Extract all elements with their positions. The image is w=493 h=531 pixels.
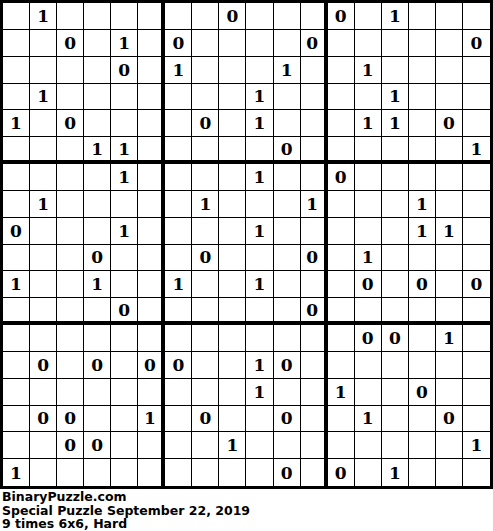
cell-r1c3[interactable]	[57, 3, 84, 30]
cell-r13c16[interactable]	[409, 325, 436, 352]
cell-r18c13: 0	[328, 459, 355, 486]
cell-r9c3[interactable]	[57, 218, 84, 245]
cell-r15c14[interactable]	[355, 379, 382, 406]
cell-r7c15[interactable]	[382, 164, 409, 191]
site-name: BinaryPuzzle.com	[2, 490, 493, 504]
cell-r4c9[interactable]	[219, 84, 246, 111]
cell-r15c5[interactable]	[111, 379, 138, 406]
cell-r13c5[interactable]	[111, 325, 138, 352]
cell-r9c10: 1	[246, 218, 273, 245]
cell-r13c2[interactable]	[30, 325, 57, 352]
cell-r12c5: 0	[111, 298, 138, 325]
cell-r18c1: 1	[3, 459, 30, 486]
cell-r13c11[interactable]	[274, 325, 301, 352]
cell-r8c4[interactable]	[84, 191, 111, 218]
cell-r4c10: 1	[246, 84, 273, 111]
cell-r14c13[interactable]	[328, 352, 355, 379]
cell-r4c4[interactable]	[84, 84, 111, 111]
cell-r14c6: 0	[138, 352, 165, 379]
puzzle-spec: 9 times 6x6, Hard	[2, 517, 493, 531]
cell-r12c12: 0	[301, 298, 328, 325]
cell-r18c6[interactable]	[138, 459, 165, 486]
cell-r10c16[interactable]	[409, 245, 436, 272]
cell-r12c8[interactable]	[192, 298, 219, 325]
cell-r14c14[interactable]	[355, 352, 382, 379]
cell-r14c12[interactable]	[301, 352, 328, 379]
cell-r6c1[interactable]	[3, 137, 30, 164]
cell-r1c14[interactable]	[355, 3, 382, 30]
cell-r2c10[interactable]	[246, 30, 273, 57]
cell-r5c18[interactable]	[463, 110, 490, 137]
cell-r16c4[interactable]	[84, 406, 111, 433]
cell-r16c3: 0	[57, 406, 84, 433]
cell-r17c13[interactable]	[328, 432, 355, 459]
cell-r1c8[interactable]	[192, 3, 219, 30]
cell-r4c11[interactable]	[274, 84, 301, 111]
cell-r4c2: 1	[30, 84, 57, 111]
cell-r6c15[interactable]	[382, 137, 409, 164]
cell-r11c13[interactable]	[328, 271, 355, 298]
cell-r2c13[interactable]	[328, 30, 355, 57]
cell-r11c6[interactable]	[138, 271, 165, 298]
cell-r7c2[interactable]	[30, 164, 57, 191]
cell-r10c10[interactable]	[246, 245, 273, 272]
cell-r14c5[interactable]	[111, 352, 138, 379]
cell-r1c11[interactable]	[274, 3, 301, 30]
cell-r5c11[interactable]	[274, 110, 301, 137]
cell-r15c2[interactable]	[30, 379, 57, 406]
cell-r16c1[interactable]	[3, 406, 30, 433]
cell-r12c14[interactable]	[355, 298, 382, 325]
cell-r15c9[interactable]	[219, 379, 246, 406]
cell-r7c3[interactable]	[57, 164, 84, 191]
cell-r8c12: 1	[301, 191, 328, 218]
puzzle-title: Special Puzzle September 22, 2019	[2, 504, 493, 518]
cell-r11c3[interactable]	[57, 271, 84, 298]
cell-r1c6[interactable]	[138, 3, 165, 30]
cell-r1c7[interactable]	[165, 3, 192, 30]
cell-r18c16[interactable]	[409, 459, 436, 486]
cell-r10c8: 0	[192, 245, 219, 272]
page: 1001010000111111100111011011101111011110…	[0, 0, 493, 531]
cell-r3c10[interactable]	[246, 57, 273, 84]
cell-r18c4[interactable]	[84, 459, 111, 486]
cell-r16c17: 0	[436, 406, 463, 433]
cell-r15c7[interactable]	[165, 379, 192, 406]
cell-r2c17[interactable]	[436, 30, 463, 57]
cell-r17c6[interactable]	[138, 432, 165, 459]
cell-r15c8[interactable]	[192, 379, 219, 406]
cell-r12c10[interactable]	[246, 298, 273, 325]
cell-r14c2: 0	[30, 352, 57, 379]
cell-r5c10: 1	[246, 110, 273, 137]
cell-r7c18[interactable]	[463, 164, 490, 191]
cell-r1c4[interactable]	[84, 3, 111, 30]
cell-r3c17[interactable]	[436, 57, 463, 84]
cell-r13c9[interactable]	[219, 325, 246, 352]
cell-r2c16[interactable]	[409, 30, 436, 57]
cell-r7c1[interactable]	[3, 164, 30, 191]
cell-r6c16[interactable]	[409, 137, 436, 164]
cell-r18c9[interactable]	[219, 459, 246, 486]
cell-r15c3[interactable]	[57, 379, 84, 406]
cell-r9c2[interactable]	[30, 218, 57, 245]
cell-r9c13[interactable]	[328, 218, 355, 245]
cell-r9c9[interactable]	[219, 218, 246, 245]
cell-r9c6[interactable]	[138, 218, 165, 245]
cell-r11c2[interactable]	[30, 271, 57, 298]
cell-r14c18[interactable]	[463, 352, 490, 379]
cell-r13c12[interactable]	[301, 325, 328, 352]
cell-r3c6[interactable]	[138, 57, 165, 84]
cell-r2c6[interactable]	[138, 30, 165, 57]
cell-r7c12[interactable]	[301, 164, 328, 191]
cell-r10c17[interactable]	[436, 245, 463, 272]
cell-r7c10: 1	[246, 164, 273, 191]
cell-r13c17: 1	[436, 325, 463, 352]
cell-r1c15: 1	[382, 3, 409, 30]
cell-r10c13[interactable]	[328, 245, 355, 272]
cell-r10c5[interactable]	[111, 245, 138, 272]
cell-r16c18[interactable]	[463, 406, 490, 433]
cell-r3c13[interactable]	[328, 57, 355, 84]
cell-r9c11[interactable]	[274, 218, 301, 245]
cell-r11c15[interactable]	[382, 271, 409, 298]
cell-r3c1[interactable]	[3, 57, 30, 84]
cell-r2c11[interactable]	[274, 30, 301, 57]
cell-r12c1[interactable]	[3, 298, 30, 325]
cell-r8c15[interactable]	[382, 191, 409, 218]
cell-r11c5[interactable]	[111, 271, 138, 298]
cell-r5c6[interactable]	[138, 110, 165, 137]
cell-r3c3[interactable]	[57, 57, 84, 84]
cell-r15c12[interactable]	[301, 379, 328, 406]
cell-r3c5: 0	[111, 57, 138, 84]
cell-r12c2[interactable]	[30, 298, 57, 325]
cell-r12c7[interactable]	[165, 298, 192, 325]
cell-r12c6[interactable]	[138, 298, 165, 325]
cell-r8c9[interactable]	[219, 191, 246, 218]
cell-r12c18[interactable]	[463, 298, 490, 325]
cell-r3c4[interactable]	[84, 57, 111, 84]
cell-r7c9[interactable]	[219, 164, 246, 191]
cell-r9c18[interactable]	[463, 218, 490, 245]
cell-r12c16[interactable]	[409, 298, 436, 325]
cell-r14c8[interactable]	[192, 352, 219, 379]
cell-r11c10: 1	[246, 271, 273, 298]
cell-r8c7[interactable]	[165, 191, 192, 218]
cell-r6c2[interactable]	[30, 137, 57, 164]
cell-r13c7[interactable]	[165, 325, 192, 352]
cell-r8c18[interactable]	[463, 191, 490, 218]
cell-r10c2[interactable]	[30, 245, 57, 272]
cell-r17c7[interactable]	[165, 432, 192, 459]
cell-r17c8[interactable]	[192, 432, 219, 459]
cell-r2c4[interactable]	[84, 30, 111, 57]
cell-r9c8[interactable]	[192, 218, 219, 245]
cell-r11c12[interactable]	[301, 271, 328, 298]
cell-r4c5[interactable]	[111, 84, 138, 111]
cell-r17c18: 1	[463, 432, 490, 459]
cell-r11c4: 1	[84, 271, 111, 298]
cell-r3c12[interactable]	[301, 57, 328, 84]
cell-r6c12[interactable]	[301, 137, 328, 164]
cell-r18c10[interactable]	[246, 459, 273, 486]
cell-r16c9[interactable]	[219, 406, 246, 433]
cell-r8c11[interactable]	[274, 191, 301, 218]
cell-r1c2: 1	[30, 3, 57, 30]
cell-r8c1[interactable]	[3, 191, 30, 218]
cell-r13c13[interactable]	[328, 325, 355, 352]
cell-r17c12[interactable]	[301, 432, 328, 459]
cell-r13c8[interactable]	[192, 325, 219, 352]
cell-r8c14[interactable]	[355, 191, 382, 218]
cell-r1c18[interactable]	[463, 3, 490, 30]
cell-r5c16[interactable]	[409, 110, 436, 137]
cell-r3c16[interactable]	[409, 57, 436, 84]
cell-r16c16[interactable]	[409, 406, 436, 433]
cell-r13c6[interactable]	[138, 325, 165, 352]
cell-r5c7[interactable]	[165, 110, 192, 137]
cell-r4c13[interactable]	[328, 84, 355, 111]
cell-r15c17[interactable]	[436, 379, 463, 406]
cell-r7c16[interactable]	[409, 164, 436, 191]
cell-r8c5[interactable]	[111, 191, 138, 218]
cell-r12c3[interactable]	[57, 298, 84, 325]
cell-r3c18[interactable]	[463, 57, 490, 84]
cell-r10c9[interactable]	[219, 245, 246, 272]
cell-r8c8: 1	[192, 191, 219, 218]
cell-r12c15[interactable]	[382, 298, 409, 325]
cell-r7c11[interactable]	[274, 164, 301, 191]
cell-r4c6[interactable]	[138, 84, 165, 111]
cell-r15c18[interactable]	[463, 379, 490, 406]
cell-r10c18[interactable]	[463, 245, 490, 272]
cell-r5c3: 0	[57, 110, 84, 137]
cell-r16c14: 1	[355, 406, 382, 433]
cell-r4c18[interactable]	[463, 84, 490, 111]
cell-r4c8[interactable]	[192, 84, 219, 111]
cell-r14c9[interactable]	[219, 352, 246, 379]
cell-r17c11[interactable]	[274, 432, 301, 459]
cell-r8c10[interactable]	[246, 191, 273, 218]
cell-r6c6[interactable]	[138, 137, 165, 164]
cell-r4c7[interactable]	[165, 84, 192, 111]
cell-r12c17[interactable]	[436, 298, 463, 325]
cell-r1c10[interactable]	[246, 3, 273, 30]
cell-r18c15: 1	[382, 459, 409, 486]
cell-r8c13[interactable]	[328, 191, 355, 218]
cell-r13c18[interactable]	[463, 325, 490, 352]
cell-r7c17[interactable]	[436, 164, 463, 191]
cell-r4c1[interactable]	[3, 84, 30, 111]
cell-r16c8: 0	[192, 406, 219, 433]
cell-r1c1[interactable]	[3, 3, 30, 30]
cell-r6c14[interactable]	[355, 137, 382, 164]
cell-r16c6: 1	[138, 406, 165, 433]
cell-r18c5[interactable]	[111, 459, 138, 486]
cell-r6c3[interactable]	[57, 137, 84, 164]
cell-r9c15[interactable]	[382, 218, 409, 245]
cell-r6c8[interactable]	[192, 137, 219, 164]
cell-r9c14[interactable]	[355, 218, 382, 245]
cell-r17c10[interactable]	[246, 432, 273, 459]
cell-r2c9[interactable]	[219, 30, 246, 57]
cell-r10c6[interactable]	[138, 245, 165, 272]
cell-r2c15[interactable]	[382, 30, 409, 57]
cell-r13c1[interactable]	[3, 325, 30, 352]
cell-r1c12[interactable]	[301, 3, 328, 30]
cell-r8c6[interactable]	[138, 191, 165, 218]
cell-r9c12[interactable]	[301, 218, 328, 245]
cell-r1c9: 0	[219, 3, 246, 30]
cell-r9c5: 1	[111, 218, 138, 245]
cell-r5c12[interactable]	[301, 110, 328, 137]
cell-r7c4[interactable]	[84, 164, 111, 191]
cell-r12c11[interactable]	[274, 298, 301, 325]
cell-r17c14[interactable]	[355, 432, 382, 459]
cell-r8c3[interactable]	[57, 191, 84, 218]
cell-r1c16[interactable]	[409, 3, 436, 30]
cell-r14c15[interactable]	[382, 352, 409, 379]
cell-r4c17[interactable]	[436, 84, 463, 111]
cell-r6c10[interactable]	[246, 137, 273, 164]
cell-r3c9[interactable]	[219, 57, 246, 84]
cell-r18c7[interactable]	[165, 459, 192, 486]
cell-r9c4[interactable]	[84, 218, 111, 245]
cell-r16c15[interactable]	[382, 406, 409, 433]
cell-r12c13[interactable]	[328, 298, 355, 325]
cell-r18c8[interactable]	[192, 459, 219, 486]
cell-r5c4[interactable]	[84, 110, 111, 137]
cell-r4c3[interactable]	[57, 84, 84, 111]
cell-r7c14[interactable]	[355, 164, 382, 191]
cell-r12c9[interactable]	[219, 298, 246, 325]
cell-r10c7[interactable]	[165, 245, 192, 272]
cell-r17c2[interactable]	[30, 432, 57, 459]
cell-r14c1[interactable]	[3, 352, 30, 379]
cell-r18c3[interactable]	[57, 459, 84, 486]
cell-r7c8[interactable]	[192, 164, 219, 191]
cell-r7c5: 1	[111, 164, 138, 191]
cell-r17c5[interactable]	[111, 432, 138, 459]
cell-r2c8[interactable]	[192, 30, 219, 57]
cell-r15c4[interactable]	[84, 379, 111, 406]
cell-r4c12[interactable]	[301, 84, 328, 111]
cell-r17c15[interactable]	[382, 432, 409, 459]
cell-r18c12[interactable]	[301, 459, 328, 486]
cell-r14c3[interactable]	[57, 352, 84, 379]
cell-r6c13[interactable]	[328, 137, 355, 164]
cell-r8c2: 1	[30, 191, 57, 218]
cell-r10c12: 0	[301, 245, 328, 272]
cell-r13c15: 0	[382, 325, 409, 352]
cell-r16c7[interactable]	[165, 406, 192, 433]
puzzle-grid: 1001010000111111100111011011101111011110…	[0, 0, 493, 489]
cell-r18c17[interactable]	[436, 459, 463, 486]
cell-r7c7[interactable]	[165, 164, 192, 191]
cell-r2c2[interactable]	[30, 30, 57, 57]
cell-r17c17[interactable]	[436, 432, 463, 459]
cell-r4c16[interactable]	[409, 84, 436, 111]
cell-r11c9[interactable]	[219, 271, 246, 298]
cell-r11c7: 1	[165, 271, 192, 298]
cell-r13c10[interactable]	[246, 325, 273, 352]
cell-r16c10[interactable]	[246, 406, 273, 433]
cell-r7c6[interactable]	[138, 164, 165, 191]
cell-r6c9[interactable]	[219, 137, 246, 164]
cell-r10c1[interactable]	[3, 245, 30, 272]
cell-r6c7[interactable]	[165, 137, 192, 164]
cell-r15c16: 0	[409, 379, 436, 406]
cell-r14c16[interactable]	[409, 352, 436, 379]
cell-r5c14: 1	[355, 110, 382, 137]
cell-r18c14[interactable]	[355, 459, 382, 486]
cell-r9c7[interactable]	[165, 218, 192, 245]
cell-r2c14[interactable]	[355, 30, 382, 57]
cell-r5c5[interactable]	[111, 110, 138, 137]
cell-r18c2[interactable]	[30, 459, 57, 486]
cell-r15c1[interactable]	[3, 379, 30, 406]
cell-r16c12[interactable]	[301, 406, 328, 433]
cell-r3c2[interactable]	[30, 57, 57, 84]
cell-r10c11[interactable]	[274, 245, 301, 272]
cell-r18c18[interactable]	[463, 459, 490, 486]
cell-r13c4[interactable]	[84, 325, 111, 352]
cell-r15c11[interactable]	[274, 379, 301, 406]
cell-r18c11: 0	[274, 459, 301, 486]
cell-r11c11[interactable]	[274, 271, 301, 298]
cell-r11c1: 1	[3, 271, 30, 298]
cell-r13c3[interactable]	[57, 325, 84, 352]
cell-r2c1[interactable]	[3, 30, 30, 57]
cell-r15c15[interactable]	[382, 379, 409, 406]
cell-r5c9[interactable]	[219, 110, 246, 137]
cell-r17c4: 0	[84, 432, 111, 459]
cell-r11c17[interactable]	[436, 271, 463, 298]
cell-r2c7: 0	[165, 30, 192, 57]
cell-r2c3: 0	[57, 30, 84, 57]
cell-r14c11: 0	[274, 352, 301, 379]
cell-r9c17: 1	[436, 218, 463, 245]
cell-r10c3[interactable]	[57, 245, 84, 272]
cell-r3c15[interactable]	[382, 57, 409, 84]
cell-r4c14[interactable]	[355, 84, 382, 111]
cell-r14c17[interactable]	[436, 352, 463, 379]
cell-r15c6[interactable]	[138, 379, 165, 406]
cell-r7c13: 0	[328, 164, 355, 191]
cell-r3c8[interactable]	[192, 57, 219, 84]
cell-r11c8[interactable]	[192, 271, 219, 298]
cell-r1c17[interactable]	[436, 3, 463, 30]
cell-r10c4: 0	[84, 245, 111, 272]
cell-r16c11: 0	[274, 406, 301, 433]
cell-r17c1[interactable]	[3, 432, 30, 459]
cell-r5c13[interactable]	[328, 110, 355, 137]
cell-r5c2[interactable]	[30, 110, 57, 137]
cell-r9c16: 1	[409, 218, 436, 245]
cell-r16c5[interactable]	[111, 406, 138, 433]
cell-r8c17[interactable]	[436, 191, 463, 218]
cell-r16c13[interactable]	[328, 406, 355, 433]
cell-r17c16[interactable]	[409, 432, 436, 459]
cell-r5c1: 1	[3, 110, 30, 137]
cell-r10c15[interactable]	[382, 245, 409, 272]
cell-r13c14: 0	[355, 325, 382, 352]
cell-r1c5[interactable]	[111, 3, 138, 30]
cell-r12c4[interactable]	[84, 298, 111, 325]
cell-r6c17[interactable]	[436, 137, 463, 164]
